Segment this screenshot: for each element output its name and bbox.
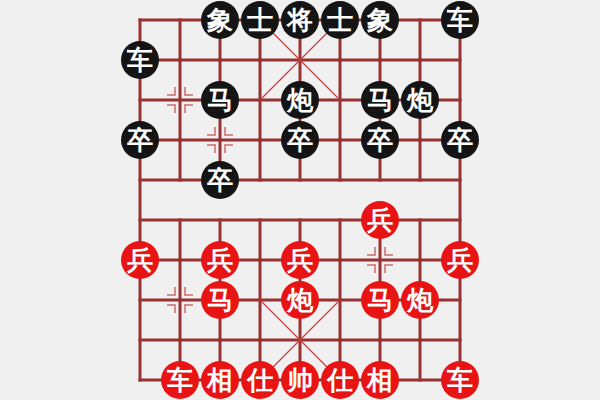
piece-red-cannon[interactable]: 炮 [401,281,439,319]
piece-red-advisor[interactable]: 仕 [321,361,359,399]
point-marker [160,80,200,120]
piece-black-soldier[interactable]: 卒 [361,121,399,159]
piece-red-soldier[interactable]: 兵 [281,241,319,279]
piece-red-soldier[interactable]: 兵 [441,241,479,279]
piece-black-general[interactable]: 将 [281,1,319,39]
piece-black-cannon[interactable]: 炮 [401,81,439,119]
piece-red-horse[interactable]: 马 [201,281,239,319]
piece-red-elephant[interactable]: 相 [201,361,239,399]
point-marker [360,240,400,280]
piece-red-general[interactable]: 帅 [281,361,319,399]
piece-red-rook[interactable]: 车 [441,361,479,399]
piece-black-rook[interactable]: 车 [121,41,159,79]
piece-black-rook[interactable]: 车 [441,1,479,39]
point-marker [160,280,200,320]
piece-black-soldier[interactable]: 卒 [121,121,159,159]
piece-black-horse[interactable]: 马 [201,81,239,119]
piece-black-horse[interactable]: 马 [361,81,399,119]
piece-red-soldier[interactable]: 兵 [201,241,239,279]
xiangqi-board[interactable]: 象士将士象车车马炮马炮卒卒卒卒卒兵兵兵兵兵马炮马炮车相仕帅仕相车 [120,0,480,400]
piece-black-soldier[interactable]: 卒 [441,121,479,159]
piece-black-elephant[interactable]: 象 [361,1,399,39]
piece-black-advisor[interactable]: 士 [241,1,279,39]
piece-black-elephant[interactable]: 象 [201,1,239,39]
piece-red-soldier[interactable]: 兵 [121,241,159,279]
piece-black-cannon[interactable]: 炮 [281,81,319,119]
piece-black-soldier[interactable]: 卒 [201,161,239,199]
board-background: 象士将士象车车马炮马炮卒卒卒卒卒兵兵兵兵兵马炮马炮车相仕帅仕相车 [0,0,600,400]
point-marker [200,120,240,160]
piece-red-soldier[interactable]: 兵 [361,201,399,239]
piece-red-horse[interactable]: 马 [361,281,399,319]
piece-black-soldier[interactable]: 卒 [281,121,319,159]
piece-red-advisor[interactable]: 仕 [241,361,279,399]
piece-red-cannon[interactable]: 炮 [281,281,319,319]
piece-red-elephant[interactable]: 相 [361,361,399,399]
piece-black-advisor[interactable]: 士 [321,1,359,39]
piece-red-rook[interactable]: 车 [161,361,199,399]
